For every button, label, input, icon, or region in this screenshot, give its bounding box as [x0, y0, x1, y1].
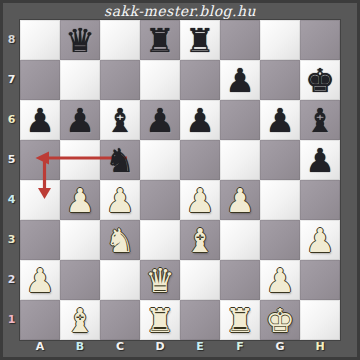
- piece-cell-g6: ♟: [260, 100, 300, 140]
- square-f5[interactable]: [220, 140, 260, 180]
- rank-label-8: 8: [3, 20, 20, 60]
- piece-cell-a2: ♟: [20, 260, 60, 300]
- white-king-g1[interactable]: ♚: [265, 304, 295, 337]
- rank-label-4: 4: [3, 180, 20, 220]
- black-pawn-h5[interactable]: ♟: [305, 144, 335, 177]
- white-rook-d1[interactable]: ♜: [145, 304, 175, 337]
- white-pawn-a2[interactable]: ♟: [25, 264, 55, 297]
- file-label-h: H: [300, 341, 340, 353]
- square-d3[interactable]: [140, 220, 180, 260]
- square-e5[interactable]: [180, 140, 220, 180]
- file-label-c: C: [100, 341, 140, 353]
- square-b7[interactable]: [60, 60, 100, 100]
- black-knight-c5[interactable]: ♞: [105, 144, 135, 177]
- white-rook-f1[interactable]: ♜: [225, 304, 255, 337]
- piece-cell-c3: ♞: [100, 220, 140, 260]
- board-frame: sakk-mester.blog.hu 87654321 ABCDEFGH ♛♜…: [0, 0, 360, 360]
- square-a4[interactable]: [20, 180, 60, 220]
- page-title: sakk-mester.blog.hu: [3, 3, 357, 20]
- piece-cell-b1: ♝: [60, 300, 100, 340]
- square-f8[interactable]: [220, 20, 260, 60]
- black-pawn-b6[interactable]: ♟: [65, 104, 95, 137]
- square-c2[interactable]: [100, 260, 140, 300]
- file-label-g: G: [260, 341, 300, 353]
- white-pawn-c4[interactable]: ♟: [105, 184, 135, 217]
- square-f6[interactable]: [220, 100, 260, 140]
- black-king-h7[interactable]: ♚: [305, 64, 335, 97]
- square-c1[interactable]: [100, 300, 140, 340]
- square-h2[interactable]: [300, 260, 340, 300]
- piece-cell-c6: ♝: [100, 100, 140, 140]
- piece-cell-d8: ♜: [140, 20, 180, 60]
- piece-cell-f4: ♟: [220, 180, 260, 220]
- square-g8[interactable]: [260, 20, 300, 60]
- piece-cell-b6: ♟: [60, 100, 100, 140]
- piece-cell-e8: ♜: [180, 20, 220, 60]
- white-knight-c3[interactable]: ♞: [105, 224, 135, 257]
- piece-cell-a6: ♟: [20, 100, 60, 140]
- file-label-b: B: [60, 341, 100, 353]
- white-bishop-b1[interactable]: ♝: [65, 304, 95, 337]
- piece-cell-h5: ♟: [300, 140, 340, 180]
- square-b2[interactable]: [60, 260, 100, 300]
- black-pawn-g6[interactable]: ♟: [265, 104, 295, 137]
- file-label-f: F: [220, 341, 260, 353]
- white-bishop-e3[interactable]: ♝: [185, 224, 215, 257]
- piece-cell-g2: ♟: [260, 260, 300, 300]
- piece-cell-e3: ♝: [180, 220, 220, 260]
- square-e7[interactable]: [180, 60, 220, 100]
- rank-labels: 87654321: [3, 20, 20, 340]
- white-queen-d2[interactable]: ♛: [145, 264, 175, 297]
- black-pawn-f7[interactable]: ♟: [225, 64, 255, 97]
- square-e2[interactable]: [180, 260, 220, 300]
- rank-label-2: 2: [3, 260, 20, 300]
- square-a3[interactable]: [20, 220, 60, 260]
- rank-label-6: 6: [3, 100, 20, 140]
- square-a5[interactable]: [20, 140, 60, 180]
- white-pawn-h3[interactable]: ♟: [305, 224, 335, 257]
- black-pawn-d6[interactable]: ♟: [145, 104, 175, 137]
- white-pawn-b4[interactable]: ♟: [65, 184, 95, 217]
- piece-cell-f7: ♟: [220, 60, 260, 100]
- white-pawn-g2[interactable]: ♟: [265, 264, 295, 297]
- square-e1[interactable]: [180, 300, 220, 340]
- file-label-e: E: [180, 341, 220, 353]
- piece-cell-g1: ♚: [260, 300, 300, 340]
- square-g7[interactable]: [260, 60, 300, 100]
- square-h4[interactable]: [300, 180, 340, 220]
- file-labels: ABCDEFGH: [20, 341, 340, 353]
- square-g4[interactable]: [260, 180, 300, 220]
- square-a7[interactable]: [20, 60, 60, 100]
- square-a8[interactable]: [20, 20, 60, 60]
- black-bishop-h6[interactable]: ♝: [305, 104, 335, 137]
- piece-cell-c4: ♟: [100, 180, 140, 220]
- black-bishop-c6[interactable]: ♝: [105, 104, 135, 137]
- piece-cell-h7: ♚: [300, 60, 340, 100]
- piece-cell-b4: ♟: [60, 180, 100, 220]
- white-pawn-f4[interactable]: ♟: [225, 184, 255, 217]
- black-pawn-e6[interactable]: ♟: [185, 104, 215, 137]
- black-rook-e8[interactable]: ♜: [185, 24, 215, 57]
- square-c8[interactable]: [100, 20, 140, 60]
- piece-cell-h6: ♝: [300, 100, 340, 140]
- square-f3[interactable]: [220, 220, 260, 260]
- square-h1[interactable]: [300, 300, 340, 340]
- square-d7[interactable]: [140, 60, 180, 100]
- square-b3[interactable]: [60, 220, 100, 260]
- square-d5[interactable]: [140, 140, 180, 180]
- rank-label-1: 1: [3, 300, 20, 340]
- square-a1[interactable]: [20, 300, 60, 340]
- piece-cell-f1: ♜: [220, 300, 260, 340]
- black-rook-d8[interactable]: ♜: [145, 24, 175, 57]
- piece-cell-d2: ♛: [140, 260, 180, 300]
- piece-cell-c5: ♞: [100, 140, 140, 180]
- square-h8[interactable]: [300, 20, 340, 60]
- square-f2[interactable]: [220, 260, 260, 300]
- square-b5[interactable]: [60, 140, 100, 180]
- square-g5[interactable]: [260, 140, 300, 180]
- piece-cell-e6: ♟: [180, 100, 220, 140]
- piece-cell-b8: ♛: [60, 20, 100, 60]
- rank-label-3: 3: [3, 220, 20, 260]
- square-c7[interactable]: [100, 60, 140, 100]
- piece-cell-d1: ♜: [140, 300, 180, 340]
- square-d4[interactable]: [140, 180, 180, 220]
- black-queen-b8[interactable]: ♛: [65, 24, 95, 57]
- file-label-a: A: [20, 341, 60, 353]
- piece-cell-e4: ♟: [180, 180, 220, 220]
- white-pawn-e4[interactable]: ♟: [185, 184, 215, 217]
- square-g3[interactable]: [260, 220, 300, 260]
- rank-label-7: 7: [3, 60, 20, 100]
- rank-label-5: 5: [3, 140, 20, 180]
- black-pawn-a6[interactable]: ♟: [25, 104, 55, 137]
- piece-cell-h3: ♟: [300, 220, 340, 260]
- piece-cell-d6: ♟: [140, 100, 180, 140]
- file-label-d: D: [140, 341, 180, 353]
